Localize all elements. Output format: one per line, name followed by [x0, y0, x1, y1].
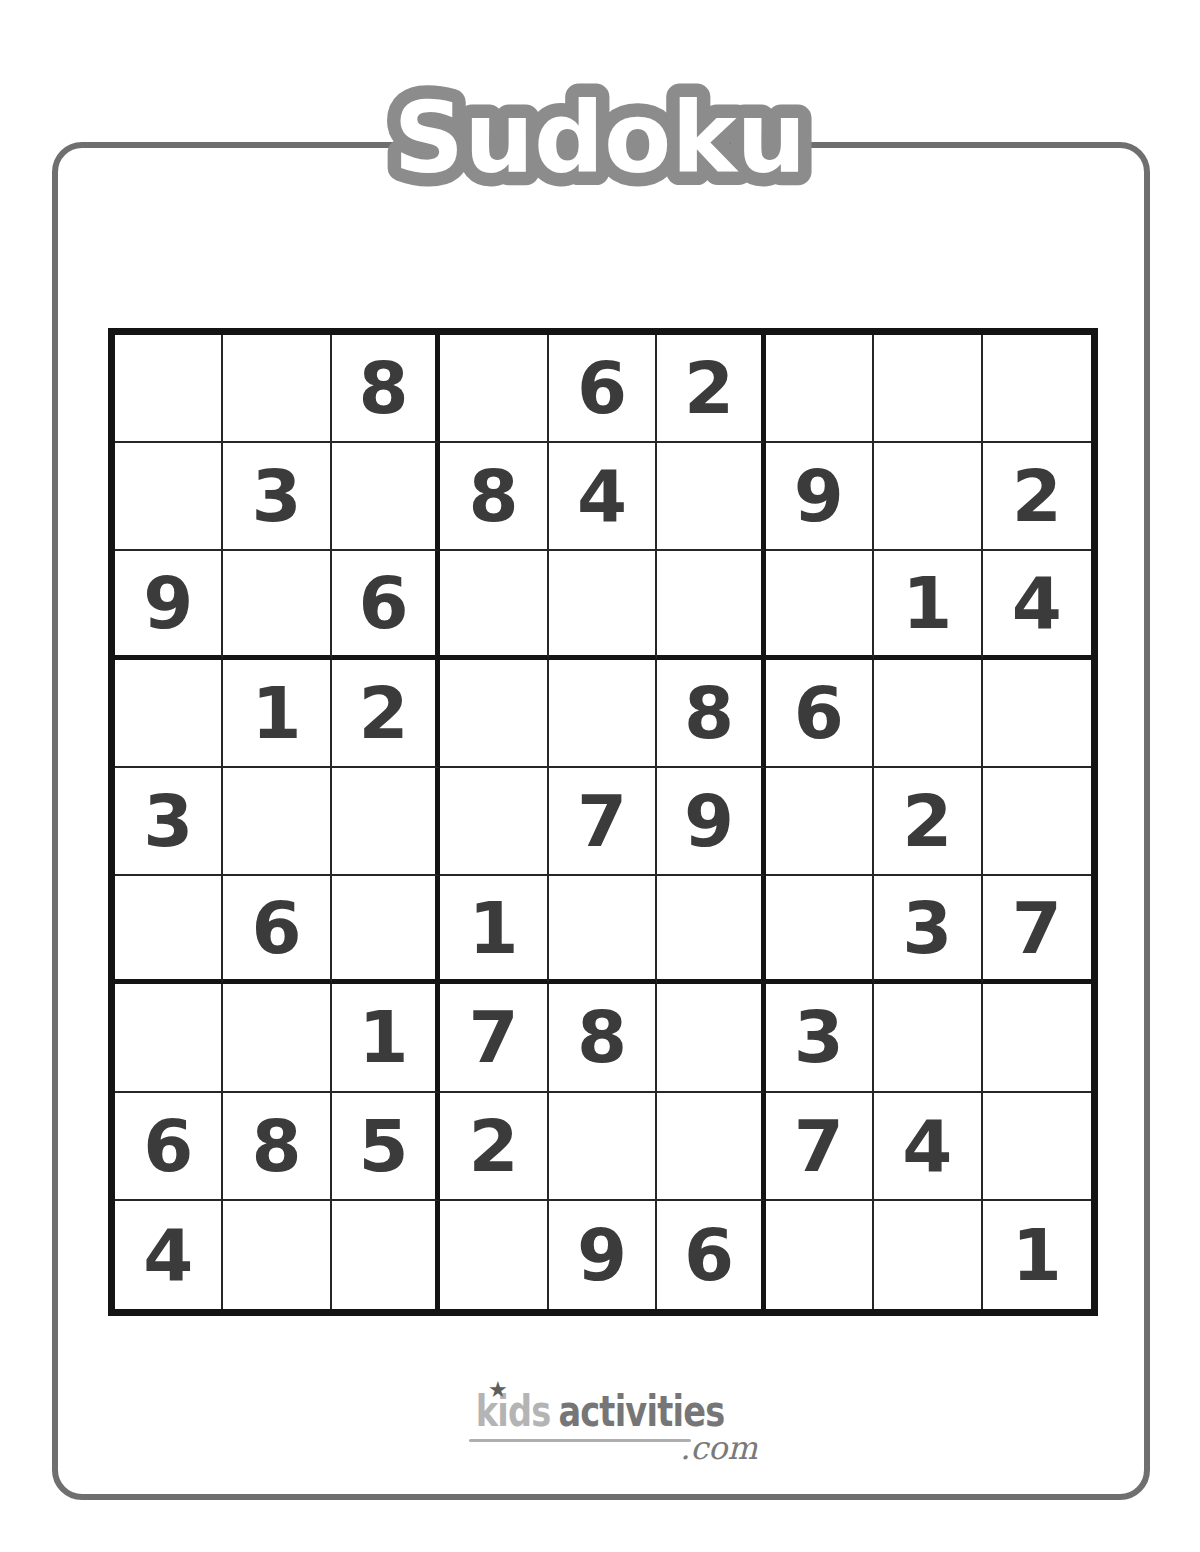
cell-r2c5: 4 [549, 443, 657, 551]
cell-r8c4: 2 [440, 1093, 548, 1201]
cell-r9c5: 9 [549, 1201, 657, 1309]
cell-r9c8 [874, 1201, 982, 1309]
cell-r2c4: 8 [440, 443, 548, 551]
cell-r2c3 [332, 443, 440, 551]
cell-r1c3: 8 [332, 335, 440, 443]
cell-r6c4: 1 [440, 876, 548, 984]
cell-r2c6 [657, 443, 765, 551]
star-icon: ★ [488, 1377, 508, 1402]
cell-r2c7: 9 [766, 443, 874, 551]
cell-r5c5: 7 [549, 768, 657, 876]
cell-r2c9: 2 [983, 443, 1091, 551]
cell-r7c1 [115, 984, 223, 1092]
cell-r5c3 [332, 768, 440, 876]
cell-r7c2 [223, 984, 331, 1092]
cell-r7c9 [983, 984, 1091, 1092]
sudoku-grid: 86238492961412863792613717836852744961 [108, 328, 1098, 1316]
cell-r7c5: 8 [549, 984, 657, 1092]
cell-r3c1: 9 [115, 551, 223, 659]
cell-r9c2 [223, 1201, 331, 1309]
cell-r8c3: 5 [332, 1093, 440, 1201]
cell-r1c4 [440, 335, 548, 443]
cell-r5c8: 2 [874, 768, 982, 876]
cell-r4c9 [983, 660, 1091, 768]
cell-r3c3: 6 [332, 551, 440, 659]
cell-r6c3 [332, 876, 440, 984]
cell-r9c4 [440, 1201, 548, 1309]
cell-r8c1: 6 [115, 1093, 223, 1201]
cell-r6c7 [766, 876, 874, 984]
cell-r4c6: 8 [657, 660, 765, 768]
cell-r7c8 [874, 984, 982, 1092]
brand-word-kids: kids [476, 1387, 551, 1436]
cell-r9c1: 4 [115, 1201, 223, 1309]
brand-tld: .com [680, 1429, 758, 1467]
cell-r1c5: 6 [549, 335, 657, 443]
cell-r4c1 [115, 660, 223, 768]
brand-wordmark: kidsactivities [476, 1391, 725, 1433]
cell-r5c6: 9 [657, 768, 765, 876]
cell-r8c2: 8 [223, 1093, 331, 1201]
cell-r2c8 [874, 443, 982, 551]
cell-r5c2 [223, 768, 331, 876]
cell-r3c7 [766, 551, 874, 659]
cell-r8c8: 4 [874, 1093, 982, 1201]
cell-r1c9 [983, 335, 1091, 443]
cell-r4c8 [874, 660, 982, 768]
cell-r9c7 [766, 1201, 874, 1309]
cell-r4c4 [440, 660, 548, 768]
cell-r9c3 [332, 1201, 440, 1309]
cell-r8c6 [657, 1093, 765, 1201]
cell-r5c1: 3 [115, 768, 223, 876]
cell-r1c1 [115, 335, 223, 443]
cell-r4c2: 1 [223, 660, 331, 768]
cell-r8c9 [983, 1093, 1091, 1201]
cell-r6c9: 7 [983, 876, 1091, 984]
cell-r7c4: 7 [440, 984, 548, 1092]
cell-r2c1 [115, 443, 223, 551]
cell-r7c3: 1 [332, 984, 440, 1092]
cell-r1c7 [766, 335, 874, 443]
cell-r4c5 [549, 660, 657, 768]
cell-r1c2 [223, 335, 331, 443]
cell-r6c6 [657, 876, 765, 984]
cell-r4c3: 2 [332, 660, 440, 768]
cell-r9c9: 1 [983, 1201, 1091, 1309]
cell-r8c7: 7 [766, 1093, 874, 1201]
cell-r7c6 [657, 984, 765, 1092]
cell-r2c2: 3 [223, 443, 331, 551]
cell-r3c2 [223, 551, 331, 659]
cell-r6c2: 6 [223, 876, 331, 984]
brand-underline [469, 1439, 691, 1442]
cell-r9c6: 6 [657, 1201, 765, 1309]
cell-r3c9: 4 [983, 551, 1091, 659]
brand-logo: kidsactivities ★ .com [0, 1383, 1200, 1508]
cell-r6c5 [549, 876, 657, 984]
cell-r6c8: 3 [874, 876, 982, 984]
cell-r3c6 [657, 551, 765, 659]
cell-r3c5 [549, 551, 657, 659]
cell-r1c6: 2 [657, 335, 765, 443]
cell-r5c7 [766, 768, 874, 876]
cell-r3c8: 1 [874, 551, 982, 659]
cell-r1c8 [874, 335, 982, 443]
cell-r3c4 [440, 551, 548, 659]
cell-r8c5 [549, 1093, 657, 1201]
cell-r7c7: 3 [766, 984, 874, 1092]
cell-r4c7: 6 [766, 660, 874, 768]
cell-r5c4 [440, 768, 548, 876]
cell-r5c9 [983, 768, 1091, 876]
cell-r6c1 [115, 876, 223, 984]
